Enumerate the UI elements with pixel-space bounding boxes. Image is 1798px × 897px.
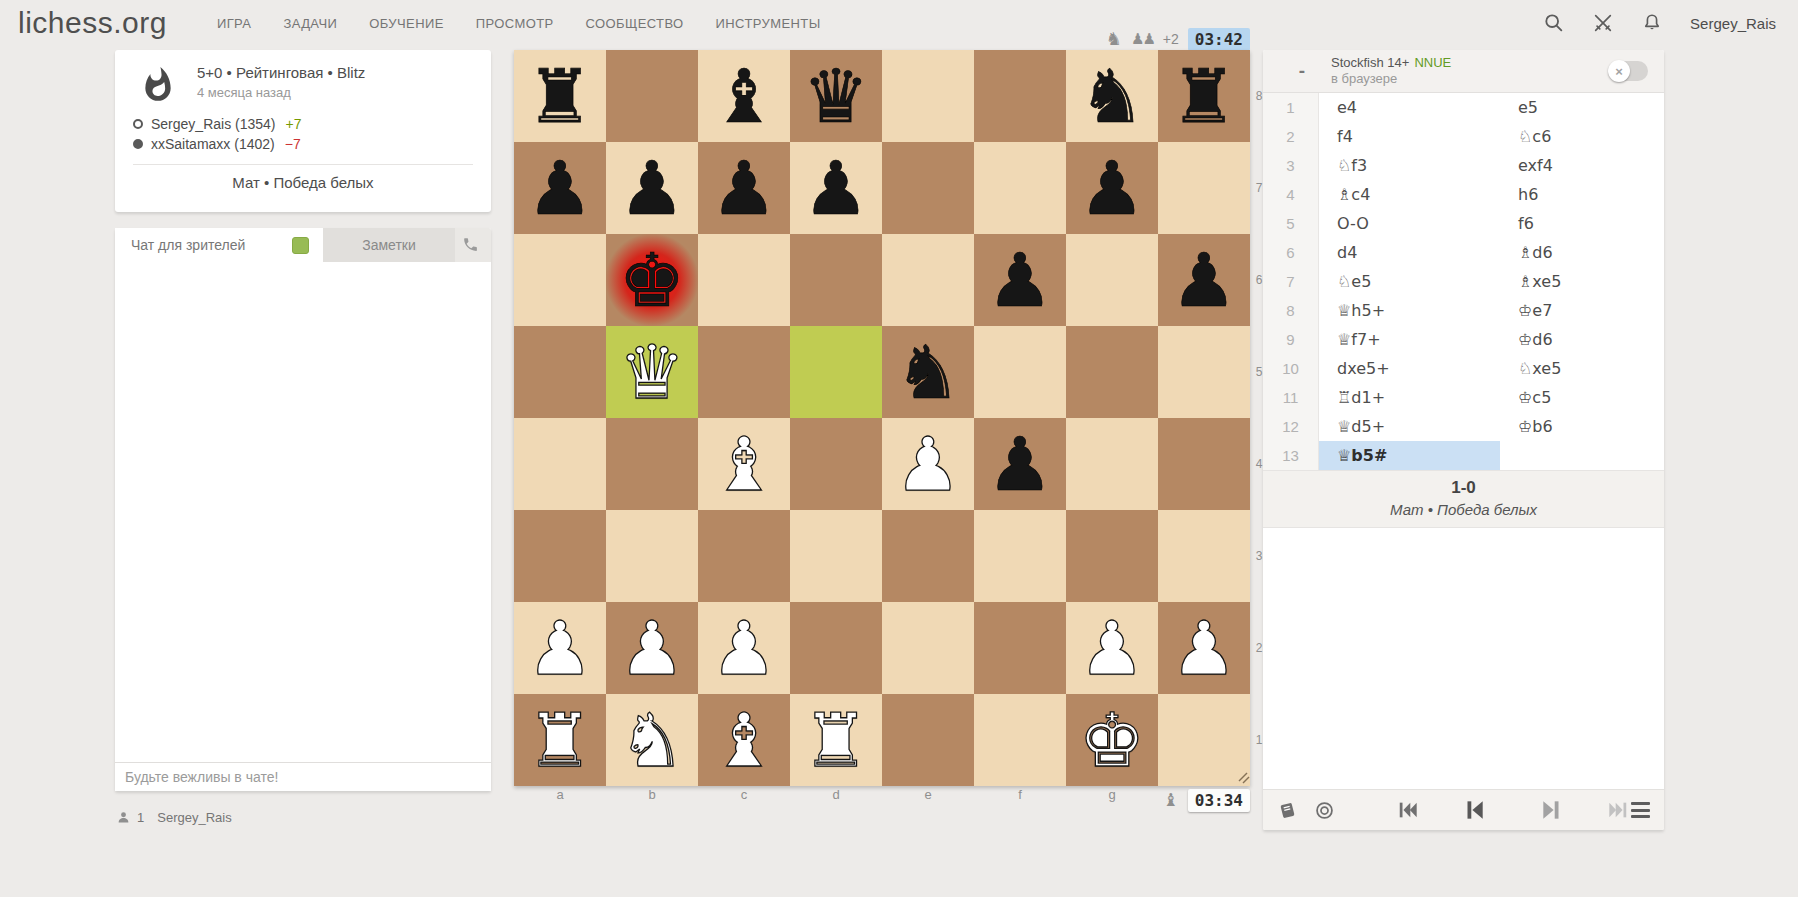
black-n-piece: ♞ xyxy=(895,335,961,409)
square-b2[interactable]: ♟ xyxy=(606,602,698,694)
square-a6[interactable] xyxy=(514,234,606,326)
nav-item-tools[interactable]: ИНСТРУМЕНТЫ xyxy=(716,16,821,31)
square-b4[interactable] xyxy=(606,418,698,510)
square-e1[interactable] xyxy=(882,694,974,786)
white-b-piece: ♝ xyxy=(711,427,777,501)
move-number: 1 xyxy=(1263,93,1319,122)
analysis-controls xyxy=(1263,789,1664,830)
move-black-9[interactable]: ♔d6 xyxy=(1500,325,1664,354)
move-white-3[interactable]: ♘f3 xyxy=(1319,151,1500,180)
captured-knight-icon: ♞ xyxy=(1106,30,1122,48)
white-p-piece: ♟ xyxy=(1079,611,1145,685)
white-r-piece: ♜ xyxy=(803,703,869,777)
white-material-row: ♝ 03:34 xyxy=(1163,788,1250,812)
square-f4[interactable]: ♟ xyxy=(974,418,1066,510)
engine-nnue-badge: NNUE xyxy=(1414,55,1451,70)
move-black-1[interactable]: e5 xyxy=(1500,93,1664,122)
move-black-12[interactable]: ♔b6 xyxy=(1500,412,1664,441)
square-d4[interactable] xyxy=(790,418,882,510)
result-block: 1-0 Мат • Победа белых xyxy=(1263,470,1664,528)
game-date: 4 месяца назад xyxy=(197,85,365,100)
square-e6[interactable] xyxy=(882,234,974,326)
spectator-chat-label: Чат для зрителей xyxy=(131,237,245,253)
focus-target-icon[interactable] xyxy=(1314,800,1335,821)
challenges-swords-icon[interactable] xyxy=(1592,12,1614,34)
captured-bishop-icon: ♝ xyxy=(1163,791,1179,809)
square-f6[interactable]: ♟ xyxy=(974,234,1066,326)
square-h8[interactable]: ♜ xyxy=(1158,50,1250,142)
menu-hamburger-icon[interactable] xyxy=(1631,802,1650,818)
black-p-piece: ♟ xyxy=(803,151,869,225)
white-k-piece: ♚ xyxy=(1079,703,1145,777)
square-d6[interactable] xyxy=(790,234,882,326)
result-description: Мат • Победа белых xyxy=(1263,501,1664,518)
black-r-piece: ♜ xyxy=(527,59,593,133)
square-g7[interactable]: ♟ xyxy=(1066,142,1158,234)
file-label-d: d xyxy=(790,787,882,805)
black-p-piece: ♟ xyxy=(987,243,1053,317)
square-d8[interactable]: ♛ xyxy=(790,50,882,142)
move-white-9[interactable]: ♕f7+ xyxy=(1319,325,1500,354)
square-c6[interactable] xyxy=(698,234,790,326)
move-white-1[interactable]: e4 xyxy=(1319,93,1500,122)
board-resize-handle[interactable] xyxy=(1236,770,1250,788)
move-number: 8 xyxy=(1263,296,1319,325)
lichess-game-page: lichess.org ИГРА ЗАДАЧИ ОБУЧЕНИЕ ПРОСМОТ… xyxy=(0,0,1798,897)
engine-location: в браузере xyxy=(1331,72,1451,87)
move-number: 7 xyxy=(1263,267,1319,296)
white-player-name[interactable]: Sergey_Rais (1354) xyxy=(151,116,276,132)
square-h5[interactable] xyxy=(1158,326,1250,418)
game-info-card: 5+0 • Рейтинговая • Blitz 4 месяца назад… xyxy=(115,50,491,212)
move-black-6[interactable]: ♗d6 xyxy=(1500,238,1664,267)
move-number: 6 xyxy=(1263,238,1319,267)
move-number: 3 xyxy=(1263,151,1319,180)
square-f1[interactable] xyxy=(974,694,1066,786)
white-n-piece: ♞ xyxy=(619,703,685,777)
previous-move-button[interactable] xyxy=(1461,797,1487,823)
square-a3[interactable] xyxy=(514,510,606,602)
square-d1[interactable]: ♜ xyxy=(790,694,882,786)
move-white-13[interactable]: ♕b5# xyxy=(1319,441,1500,470)
move-black-2[interactable]: ♘c6 xyxy=(1500,122,1664,151)
result-score: 1-0 xyxy=(1263,478,1664,498)
panel-empty-area xyxy=(1263,528,1664,789)
square-c7[interactable]: ♟ xyxy=(698,142,790,234)
square-a5[interactable] xyxy=(514,326,606,418)
notifications-bell-icon[interactable] xyxy=(1641,12,1663,34)
nav-menu: ИГРА ЗАДАЧИ ОБУЧЕНИЕ ПРОСМОТР СООБЩЕСТВО… xyxy=(217,16,821,31)
square-e5[interactable]: ♞ xyxy=(882,326,974,418)
move-number: 2 xyxy=(1263,122,1319,151)
square-d2[interactable] xyxy=(790,602,882,694)
square-c5[interactable] xyxy=(698,326,790,418)
nav-item-learn[interactable]: ОБУЧЕНИЕ xyxy=(369,16,444,31)
move-number: 12 xyxy=(1263,412,1319,441)
square-b8[interactable] xyxy=(606,50,698,142)
file-coordinates: abcdefgh xyxy=(514,787,1250,805)
chat-tabs: Чат для зрителей Заметки xyxy=(115,228,491,262)
square-d3[interactable] xyxy=(790,510,882,602)
spectators-count: 1 xyxy=(137,810,144,825)
black-p-piece: ♟ xyxy=(1171,243,1237,317)
engine-toggle-knob: × xyxy=(1608,60,1630,82)
black-clock: 03:42 xyxy=(1188,28,1250,51)
material-advantage: +2 xyxy=(1163,31,1179,47)
move-white-6[interactable]: d4 xyxy=(1319,238,1500,267)
lichess-logo[interactable]: lichess.org xyxy=(18,6,167,40)
move-black-5[interactable]: f6 xyxy=(1500,209,1664,238)
white-clock: 03:34 xyxy=(1188,789,1250,812)
move-black-11[interactable]: ♔c5 xyxy=(1500,383,1664,412)
square-a2[interactable]: ♟ xyxy=(514,602,606,694)
nav-item-watch[interactable]: ПРОСМОТР xyxy=(476,16,554,31)
square-b5[interactable]: ♛ xyxy=(606,326,698,418)
move-white-2[interactable]: f4 xyxy=(1319,122,1500,151)
black-color-icon xyxy=(133,139,143,149)
black-p-piece: ♟ xyxy=(1079,151,1145,225)
move-white-7[interactable]: ♘e5 xyxy=(1319,267,1500,296)
square-c2[interactable]: ♟ xyxy=(698,602,790,694)
opening-book-icon[interactable] xyxy=(1277,800,1298,821)
chat-panel: Чат для зрителей Заметки xyxy=(115,228,491,791)
square-f3[interactable] xyxy=(974,510,1066,602)
square-g5[interactable] xyxy=(1066,326,1158,418)
white-p-piece: ♟ xyxy=(619,611,685,685)
file-label-e: e xyxy=(882,787,974,805)
chat-messages xyxy=(115,262,491,762)
file-label-c: c xyxy=(698,787,790,805)
black-rating-change: −7 xyxy=(285,136,301,152)
square-e2[interactable] xyxy=(882,602,974,694)
move-black-4[interactable]: h6 xyxy=(1500,180,1664,209)
move-list: 1e4e52f4♘c63♘f3exf44♗c4h65O-Of66d4♗d67♘e… xyxy=(1263,93,1664,470)
black-p-piece: ♟ xyxy=(711,151,777,225)
move-white-8[interactable]: ♕h5+ xyxy=(1319,296,1500,325)
square-f8[interactable] xyxy=(974,50,1066,142)
square-b3[interactable] xyxy=(606,510,698,602)
white-color-icon xyxy=(133,119,143,129)
square-a1[interactable]: ♜ xyxy=(514,694,606,786)
black-p-piece: ♟ xyxy=(619,151,685,225)
move-number: 5 xyxy=(1263,209,1319,238)
engine-header: - Stockfish 14+NNUE в браузере × xyxy=(1263,50,1664,93)
analysis-panel: - Stockfish 14+NNUE в браузере × 1e4e52f… xyxy=(1263,50,1664,830)
move-number: 9 xyxy=(1263,325,1319,354)
move-white-12[interactable]: ♕d5+ xyxy=(1319,412,1500,441)
white-p-piece: ♟ xyxy=(1171,611,1237,685)
square-h7[interactable] xyxy=(1158,142,1250,234)
file-label-a: a xyxy=(514,787,606,805)
square-g6[interactable] xyxy=(1066,234,1158,326)
square-e4[interactable]: ♟ xyxy=(882,418,974,510)
square-e8[interactable] xyxy=(882,50,974,142)
square-g8[interactable]: ♞ xyxy=(1066,50,1158,142)
divider xyxy=(133,164,473,165)
move-black-3[interactable]: exf4 xyxy=(1500,151,1664,180)
white-rating-change: +7 xyxy=(286,116,302,132)
square-b7[interactable]: ♟ xyxy=(606,142,698,234)
square-d5[interactable] xyxy=(790,326,882,418)
game-time-control: 5+0 • Рейтинговая • Blitz xyxy=(197,64,365,81)
square-c1[interactable]: ♝ xyxy=(698,694,790,786)
tab-notes[interactable]: Заметки xyxy=(323,228,455,262)
engine-name: Stockfish 14+ xyxy=(1331,55,1409,70)
square-c3[interactable] xyxy=(698,510,790,602)
spectator-name[interactable]: Sergey_Rais xyxy=(157,810,231,825)
white-p-piece: ♟ xyxy=(895,427,961,501)
square-d7[interactable]: ♟ xyxy=(790,142,882,234)
blitz-flame-icon xyxy=(139,66,177,104)
square-b1[interactable]: ♞ xyxy=(606,694,698,786)
voice-chat-phone-icon[interactable] xyxy=(462,236,479,257)
top-nav: lichess.org ИГРА ЗАДАЧИ ОБУЧЕНИЕ ПРОСМОТ… xyxy=(0,0,1798,46)
white-b-piece: ♝ xyxy=(711,703,777,777)
black-b-piece: ♝ xyxy=(711,59,777,133)
white-q-piece: ♛ xyxy=(619,335,685,409)
engine-collapse-button[interactable]: - xyxy=(1285,60,1319,82)
game-result-text: Мат • Победа белых xyxy=(133,174,473,191)
chat-input[interactable] xyxy=(115,769,491,785)
move-number: 13 xyxy=(1263,441,1319,470)
black-p-piece: ♟ xyxy=(527,151,593,225)
search-icon[interactable] xyxy=(1543,12,1565,34)
black-r-piece: ♜ xyxy=(1171,59,1237,133)
captured-pawns-icon: ♟♟ xyxy=(1131,32,1154,47)
file-label-g: g xyxy=(1066,787,1158,805)
first-move-button[interactable] xyxy=(1397,799,1419,821)
black-player-row: xxSaitamaxx (1402) −7 xyxy=(133,134,473,154)
move-number: 10 xyxy=(1263,354,1319,383)
last-move-button[interactable] xyxy=(1607,799,1629,821)
white-p-piece: ♟ xyxy=(527,611,593,685)
square-g1[interactable]: ♚ xyxy=(1066,694,1158,786)
move-black-8[interactable]: ♔e7 xyxy=(1500,296,1664,325)
white-r-piece: ♜ xyxy=(527,703,593,777)
engine-toggle-switch[interactable]: × xyxy=(1608,61,1648,81)
square-a4[interactable] xyxy=(514,418,606,510)
move-black-10[interactable]: ♘xe5 xyxy=(1500,354,1664,383)
square-g4[interactable] xyxy=(1066,418,1158,510)
white-player-row: Sergey_Rais (1354) +7 xyxy=(133,114,473,134)
nav-item-community[interactable]: СООБЩЕСТВО xyxy=(586,16,684,31)
move-number: 11 xyxy=(1263,383,1319,412)
file-label-f: f xyxy=(974,787,1066,805)
move-white-5[interactable]: O-O xyxy=(1319,209,1500,238)
move-white-10[interactable]: dxe5+ xyxy=(1319,354,1500,383)
black-material-row: ♞ ♟♟ +2 03:42 xyxy=(1106,27,1250,51)
tab-spectator-chat[interactable]: Чат для зрителей xyxy=(115,228,323,262)
username[interactable]: Sergey_Rais xyxy=(1690,15,1776,32)
white-p-piece: ♟ xyxy=(711,611,777,685)
move-number: 4 xyxy=(1263,180,1319,209)
square-h6[interactable]: ♟ xyxy=(1158,234,1250,326)
square-g2[interactable]: ♟ xyxy=(1066,602,1158,694)
nav-item-play[interactable]: ИГРА xyxy=(217,16,251,31)
next-move-button[interactable] xyxy=(1539,797,1565,823)
square-h3[interactable] xyxy=(1158,510,1250,602)
black-q-piece: ♛ xyxy=(803,59,869,133)
square-c8[interactable]: ♝ xyxy=(698,50,790,142)
move-black-7[interactable]: ♗xe5 xyxy=(1500,267,1664,296)
black-n-piece: ♞ xyxy=(1079,59,1145,133)
move-white-11[interactable]: ♖d1+ xyxy=(1319,383,1500,412)
square-f7[interactable] xyxy=(974,142,1066,234)
person-icon xyxy=(117,811,130,824)
square-b6[interactable]: ♚ xyxy=(606,234,698,326)
move-black-13 xyxy=(1500,441,1664,470)
square-e7[interactable] xyxy=(882,142,974,234)
spectators-line: 1 Sergey_Rais xyxy=(117,810,232,825)
move-white-4[interactable]: ♗c4 xyxy=(1319,180,1500,209)
square-g3[interactable] xyxy=(1066,510,1158,602)
square-f5[interactable] xyxy=(974,326,1066,418)
square-a7[interactable]: ♟ xyxy=(514,142,606,234)
file-label-b: b xyxy=(606,787,698,805)
square-h2[interactable]: ♟ xyxy=(1158,602,1250,694)
black-k-piece: ♚ xyxy=(619,243,685,317)
nav-item-puzzles[interactable]: ЗАДАЧИ xyxy=(283,16,337,31)
notes-label: Заметки xyxy=(362,237,416,253)
black-player-name[interactable]: xxSaitamaxx (1402) xyxy=(151,136,275,152)
black-p-piece: ♟ xyxy=(987,427,1053,501)
chat-toggle[interactable] xyxy=(292,237,309,254)
chess-board: ♜♝♛♞♜♟♟♟♟♟♚♟♟♛♞♝♟♟♟♟♟♟♟♜♞♝♜♚ xyxy=(514,50,1250,786)
square-c4[interactable]: ♝ xyxy=(698,418,790,510)
square-h4[interactable] xyxy=(1158,418,1250,510)
square-e3[interactable] xyxy=(882,510,974,602)
square-a8[interactable]: ♜ xyxy=(514,50,606,142)
square-f2[interactable] xyxy=(974,602,1066,694)
